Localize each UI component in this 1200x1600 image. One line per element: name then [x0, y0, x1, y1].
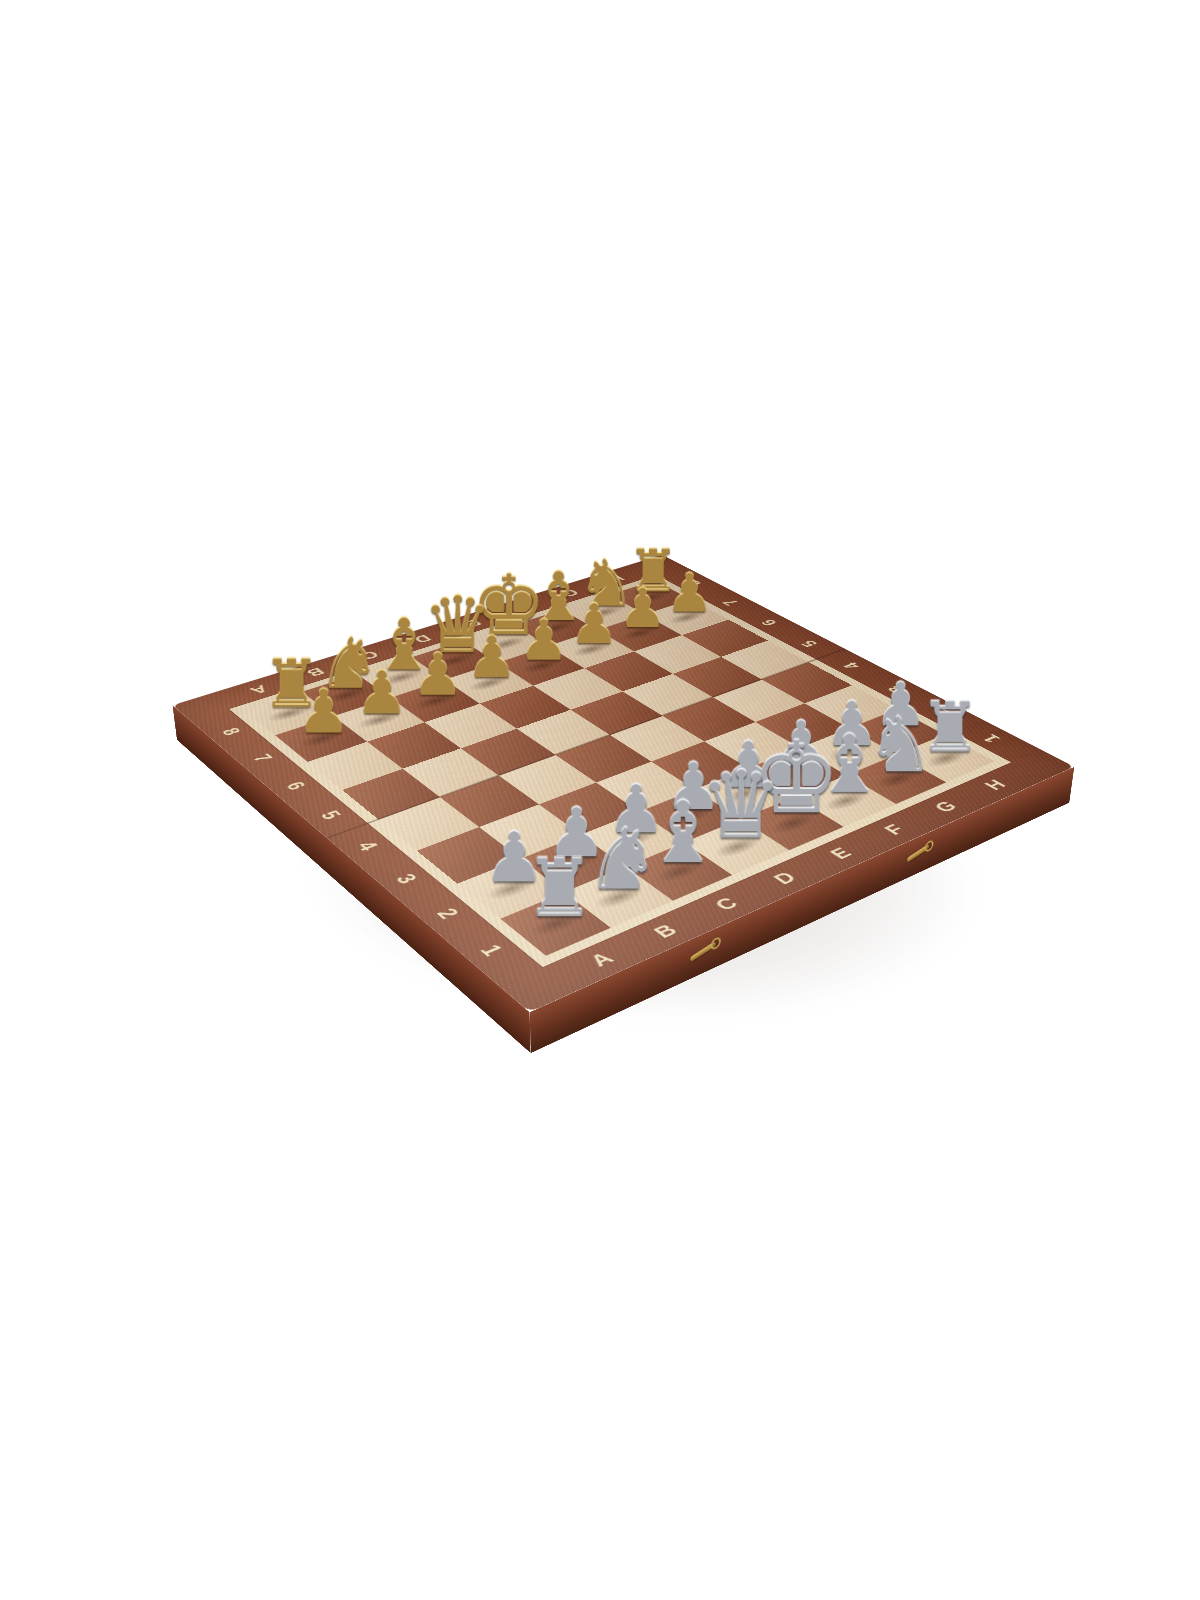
- chess-board: ♜♞♝♛♚♝♞♜♟♟♟♟♟♟♟♟♟♟♟♟♟♟♟♟♜♞♝♛♚♝♞♜ ABCDEFG…: [172, 555, 1074, 1012]
- scene-3d: ♜♞♝♛♚♝♞♜♟♟♟♟♟♟♟♟♟♟♟♟♟♟♟♟♜♞♝♛♚♝♞♜ ABCDEFG…: [43, 51, 1159, 1539]
- brass-clasp-icon: [907, 838, 934, 866]
- piece-black-pawn[interactable]: ♟: [268, 684, 380, 741]
- piece-white-rook[interactable]: ♜: [493, 851, 625, 926]
- brass-clasp-icon: [690, 934, 722, 965]
- photo-canvas: ♜♞♝♛♚♝♞♜♟♟♟♟♟♟♟♟♟♟♟♟♟♟♟♟♜♞♝♛♚♝♞♜ ABCDEFG…: [0, 0, 1200, 1600]
